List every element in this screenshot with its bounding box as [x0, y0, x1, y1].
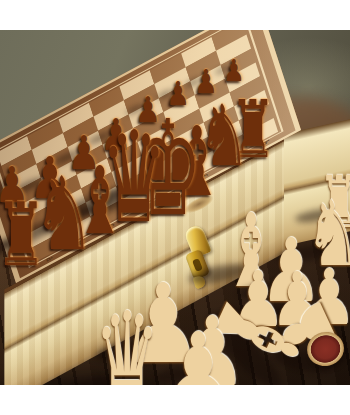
photo-backdrop: abcdefgh ♟♟♟♟♟♟♟♟♜♞♝♛♚♝♞♜♛♟♟♟♝♟♟♟♟♞♜♝♟ [0, 30, 350, 385]
light-queen: ♛ [94, 296, 160, 385]
dark-pawn: ♟ [223, 56, 245, 86]
bottom-margin [0, 385, 350, 415]
top-margin [0, 0, 350, 30]
dark-rook: ♜ [0, 192, 46, 280]
light-pawn: ♟ [158, 318, 239, 385]
